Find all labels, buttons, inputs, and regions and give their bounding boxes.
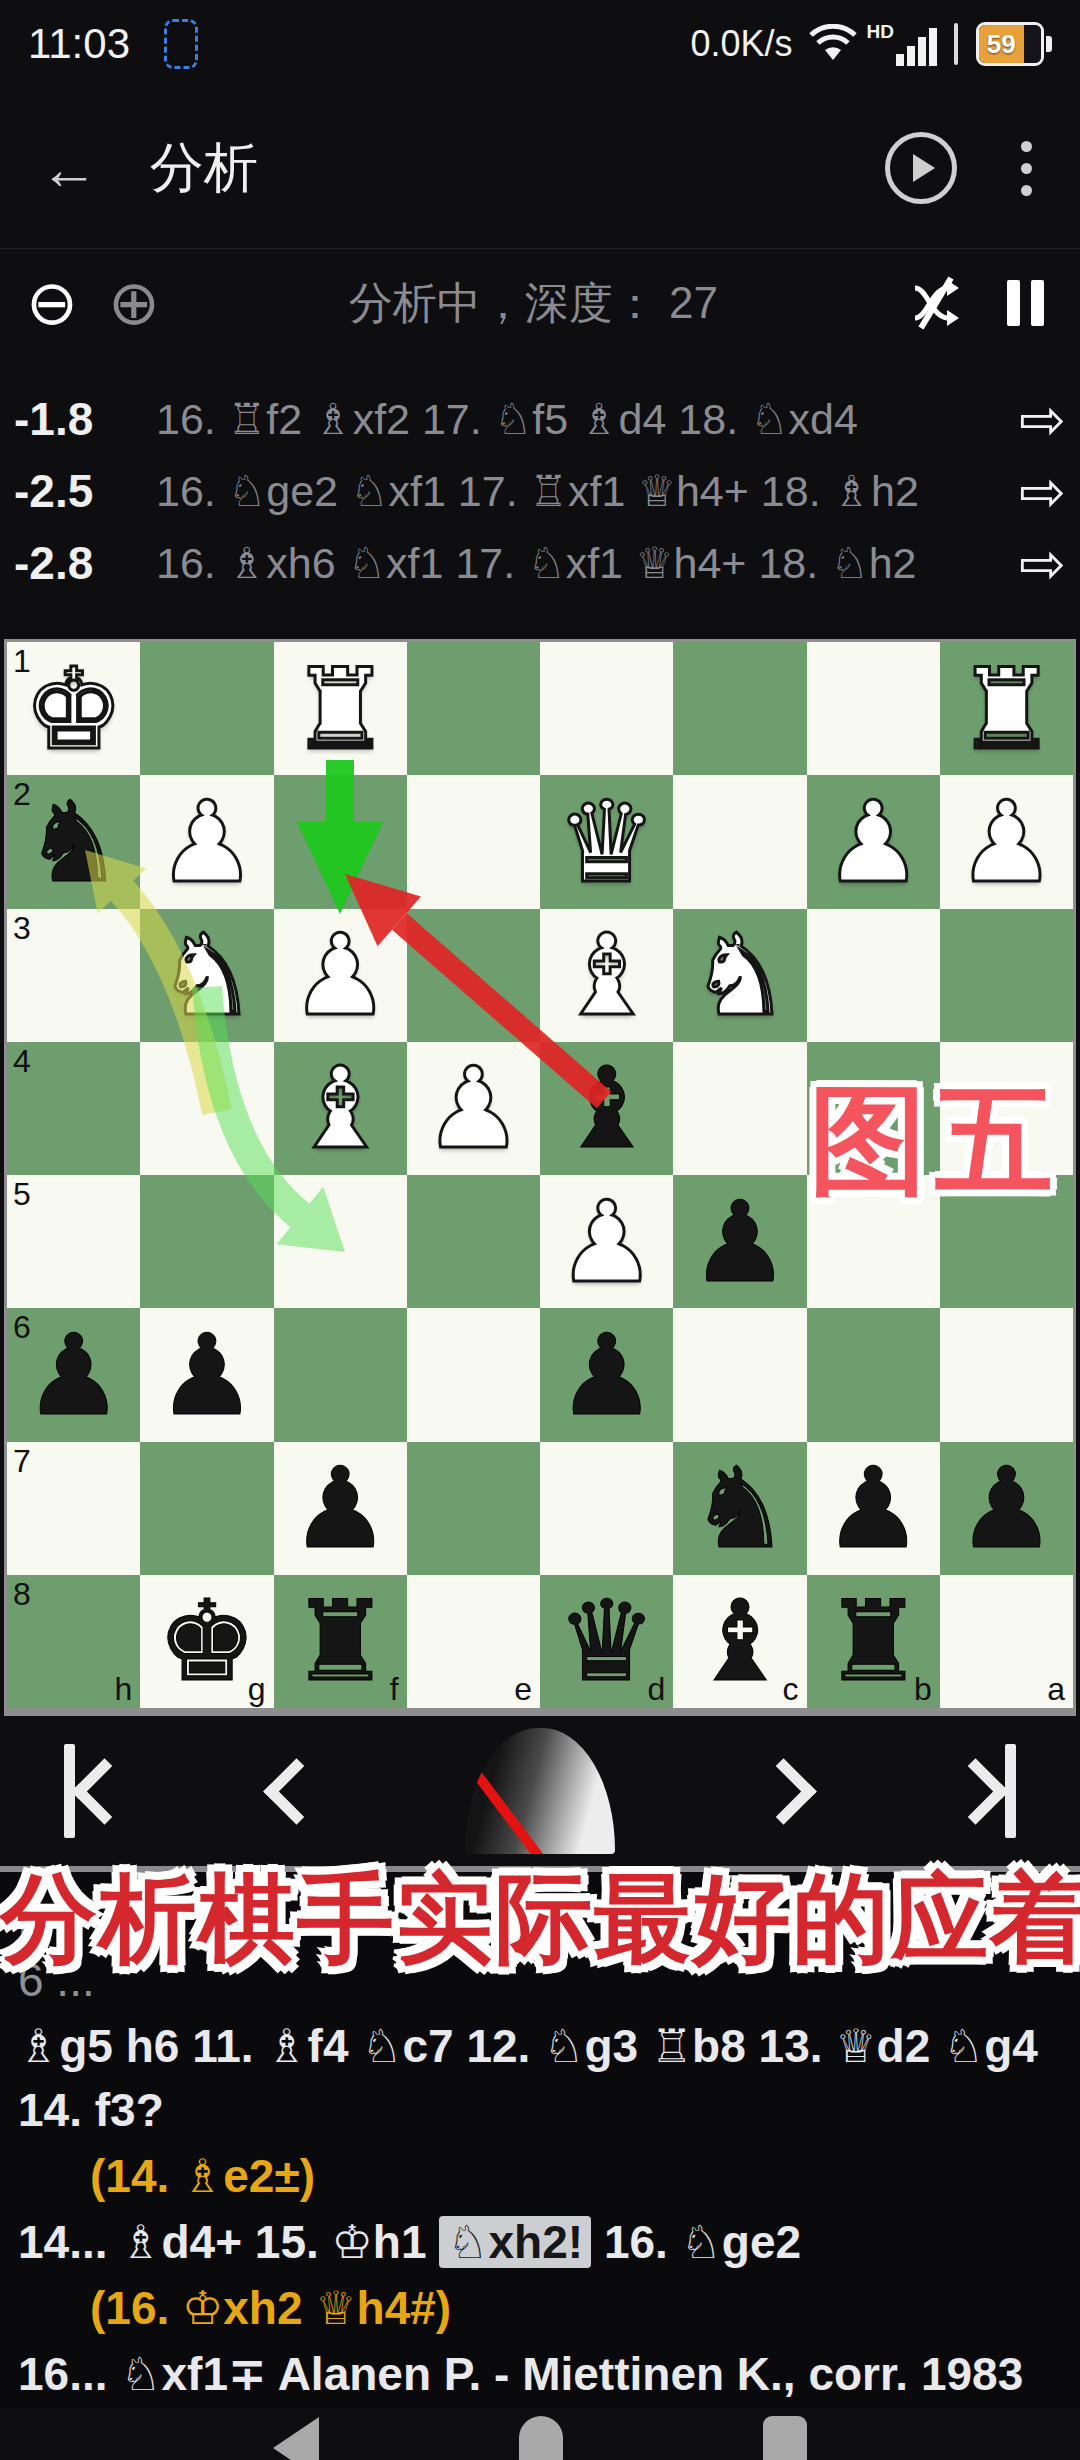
go-end-button[interactable] <box>952 1744 1016 1838</box>
square-g7[interactable] <box>140 1442 273 1575</box>
rank-label: 7 <box>13 1443 31 1480</box>
moves-line[interactable]: ♗g5 h6 11. ♗f4 ♘c7 12. ♘g3 ♖b8 13. ♕d2 ♘… <box>18 2014 1062 2142</box>
white-pawn-b2: ♟ <box>807 775 940 908</box>
square-d6[interactable]: ♟ <box>540 1308 673 1441</box>
square-f8[interactable]: f♜ <box>274 1575 407 1708</box>
eval-needle <box>466 1762 544 1854</box>
square-c7[interactable]: ♞ <box>673 1442 806 1575</box>
square-e8[interactable]: e <box>407 1575 540 1708</box>
square-h5[interactable]: 5 <box>7 1175 140 1308</box>
move-nav-controls <box>0 1716 1080 1866</box>
wifi-icon <box>809 24 857 64</box>
square-f2[interactable] <box>274 775 407 908</box>
white-pawn-g2: ♟ <box>140 775 273 908</box>
white-rook-a1: ♜ <box>940 642 1073 775</box>
square-f5[interactable] <box>274 1175 407 1308</box>
chess-board-wrap: 1♚♜♜2♞♟♛♟♟3♞♟♝♞4♝♟♝5♟♟6♟♟♟7♟♞♟♟8hg♚f♜ed♛… <box>4 639 1076 1716</box>
chevron-right-icon <box>750 1758 816 1824</box>
black-pawn-f7: ♟ <box>274 1442 407 1575</box>
moves-line-highlight[interactable]: 14... ♗d4+ 15. ♔h1 ♘xh2! 16. ♘ge2 <box>18 2210 1062 2274</box>
android-nav-bar <box>0 2408 1080 2460</box>
black-bishop-d4: ♝ <box>540 1042 673 1175</box>
pv-moves: 16. ♖f2 ♗xf2 17. ♘f5 ♗d4 18. ♘xd4 <box>156 394 1011 444</box>
square-d2[interactable]: ♛ <box>540 775 673 908</box>
square-d1[interactable] <box>540 642 673 775</box>
increase-lines-button[interactable]: ⊕ <box>108 272 160 334</box>
white-pawn-f3: ♟ <box>274 909 407 1042</box>
square-g8[interactable]: g♚ <box>140 1575 273 1708</box>
white-pawn-e4: ♟ <box>407 1042 540 1175</box>
variation-line[interactable]: (16. ♔xh2 ♕h4#) <box>18 2276 1062 2340</box>
current-move-chip[interactable]: ♘xh2! <box>439 2216 591 2268</box>
square-e6[interactable] <box>407 1308 540 1441</box>
sim2-signal-icon <box>954 23 958 65</box>
black-pawn-d6: ♟ <box>540 1308 673 1441</box>
square-g4[interactable] <box>140 1042 273 1175</box>
square-c1[interactable] <box>673 642 806 775</box>
white-pawn-d5: ♟ <box>540 1175 673 1308</box>
square-b6[interactable] <box>807 1308 940 1441</box>
square-h2[interactable]: 2♞ <box>7 775 140 908</box>
white-pawn-a2: ♟ <box>940 775 1073 908</box>
square-g5[interactable] <box>140 1175 273 1308</box>
file-label: h <box>114 1671 132 1708</box>
overflow-menu-icon[interactable] <box>1021 141 1040 196</box>
black-rook-f8: ♜ <box>274 1575 407 1708</box>
square-b3[interactable] <box>807 909 940 1042</box>
engine-lines: -1.816. ♖f2 ♗xf2 17. ♘f5 ♗d4 18. ♘xd4⇨-2… <box>0 357 1080 633</box>
chevron-left-icon <box>263 1758 329 1824</box>
android-back-icon[interactable] <box>273 2417 319 2460</box>
network-speed: 0.0K/s <box>690 23 792 65</box>
play-circle-icon[interactable] <box>885 132 957 204</box>
status-bar: 11:03 0.0K/s HD 59 <box>0 0 1080 88</box>
page-title: 分析 <box>150 132 258 205</box>
android-recents-icon[interactable] <box>763 2416 807 2460</box>
battery-percent: 59 <box>979 25 1024 63</box>
white-bishop-f4: ♝ <box>274 1042 407 1175</box>
clock: 11:03 <box>28 20 130 68</box>
square-d5[interactable]: ♟ <box>540 1175 673 1308</box>
black-king-g8: ♚ <box>140 1575 273 1708</box>
square-b1[interactable] <box>807 642 940 775</box>
game-result-line[interactable]: 16... ♘xf1∓ Alanen P. - Miettinen K., co… <box>18 2342 1062 2406</box>
white-bishop-d3: ♝ <box>540 909 673 1042</box>
decrease-lines-button[interactable]: ⊖ <box>26 272 78 334</box>
rank-label: 8 <box>13 1576 31 1613</box>
toolbar: ← 分析 <box>0 88 1080 248</box>
cell-signal-icon: HD <box>867 22 940 66</box>
square-b7[interactable]: ♟ <box>807 1442 940 1575</box>
square-d4[interactable]: ♝ <box>540 1042 673 1175</box>
black-pawn-b7: ♟ <box>807 1442 940 1575</box>
pause-button[interactable] <box>1007 280 1044 326</box>
black-knight-h2: ♞ <box>7 775 140 908</box>
black-pawn-c5: ♟ <box>673 1175 806 1308</box>
square-g2[interactable]: ♟ <box>140 775 273 908</box>
square-a1[interactable]: ♜ <box>940 642 1073 775</box>
variation-line[interactable]: (14. ♗e2±) <box>18 2144 1062 2208</box>
square-a3[interactable] <box>940 909 1073 1042</box>
arrows-toggle-icon[interactable] <box>907 274 965 332</box>
square-c6[interactable] <box>673 1308 806 1441</box>
square-c4[interactable] <box>673 1042 806 1175</box>
figure-caption-overlay: 图五 <box>809 1062 1061 1222</box>
square-e2[interactable] <box>407 775 540 908</box>
red-caption-overlay: 分析棋手实际最好的应着 <box>0 1868 1080 1970</box>
play-line-arrow-icon[interactable]: ⇨ <box>1011 531 1066 596</box>
play-line-arrow-icon[interactable]: ⇨ <box>1011 387 1066 452</box>
square-c5[interactable]: ♟ <box>673 1175 806 1308</box>
square-h6[interactable]: 6♟ <box>7 1308 140 1441</box>
status-icons: 0.0K/s HD 59 <box>690 22 1052 66</box>
square-b8[interactable]: b♜ <box>807 1575 940 1708</box>
play-line-arrow-icon[interactable]: ⇨ <box>1011 459 1066 524</box>
square-f3[interactable]: ♟ <box>274 909 407 1042</box>
next-move-button[interactable] <box>760 1768 807 1815</box>
white-knight-c3: ♞ <box>673 909 806 1042</box>
square-g1[interactable] <box>140 642 273 775</box>
square-a8[interactable]: a <box>940 1575 1073 1708</box>
eval-score: -2.5 <box>14 464 156 518</box>
square-e1[interactable] <box>407 642 540 775</box>
rank-label: 3 <box>13 910 31 947</box>
signal-bars-icon <box>896 22 940 66</box>
hd-badge: HD <box>867 22 894 41</box>
file-label: e <box>514 1671 532 1708</box>
square-a6[interactable] <box>940 1308 1073 1441</box>
square-h1[interactable]: 1♚ <box>7 642 140 775</box>
black-knight-c7: ♞ <box>673 1442 806 1575</box>
square-f1[interactable]: ♜ <box>274 642 407 775</box>
square-h4[interactable]: 4 <box>7 1042 140 1175</box>
white-rook-f1: ♜ <box>274 642 407 775</box>
eval-gauge <box>465 1728 615 1854</box>
white-knight-g3: ♞ <box>140 909 273 1042</box>
square-d8[interactable]: d♛ <box>540 1575 673 1708</box>
engine-line-2[interactable]: -2.516. ♘ge2 ♘xf1 17. ♖xf1 ♕h4+ 18. ♗h2⇨ <box>0 455 1080 527</box>
chevron-left-icon <box>71 1758 137 1824</box>
square-h7[interactable]: 7 <box>7 1442 140 1575</box>
engine-line-1[interactable]: -1.816. ♖f2 ♗xf2 17. ♘f5 ♗d4 18. ♘xd4⇨ <box>0 383 1080 455</box>
white-queen-d2: ♛ <box>540 775 673 908</box>
square-c8[interactable]: c♝ <box>673 1575 806 1708</box>
pv-moves: 16. ♘ge2 ♘xf1 17. ♖xf1 ♕h4+ 18. ♗h2 <box>156 466 1011 516</box>
notation-panel: 分析棋手实际最好的应着 [... 6 ... ♗g5 h6 11. ♗f4 ♘c… <box>0 1872 1080 2408</box>
screen-region-icon <box>164 19 198 69</box>
square-a2[interactable]: ♟ <box>940 775 1073 908</box>
white-king-h1: ♚ <box>7 642 140 775</box>
square-d3[interactable]: ♝ <box>540 909 673 1042</box>
square-a7[interactable]: ♟ <box>940 1442 1073 1575</box>
square-e5[interactable] <box>407 1175 540 1308</box>
square-h8[interactable]: 8h <box>7 1575 140 1708</box>
square-f7[interactable]: ♟ <box>274 1442 407 1575</box>
file-label: a <box>1047 1671 1065 1708</box>
square-g6[interactable]: ♟ <box>140 1308 273 1441</box>
black-pawn-h6: ♟ <box>7 1308 140 1441</box>
back-arrow-icon[interactable]: ← <box>40 135 98 202</box>
analysis-bar: ⊖ ⊕ 分析中，深度： 27 <box>0 248 1080 357</box>
analysis-status: 分析中，深度： 27 <box>160 274 907 333</box>
square-f6[interactable] <box>274 1308 407 1441</box>
black-pawn-a7: ♟ <box>940 1442 1073 1575</box>
pv-moves: 16. ♗xh6 ♘xf1 17. ♘xf1 ♕h4+ 18. ♘h2 <box>156 538 1011 588</box>
black-queen-d8: ♛ <box>540 1575 673 1708</box>
eval-score: -1.8 <box>14 392 156 446</box>
go-start-button[interactable] <box>64 1744 128 1838</box>
square-e4[interactable]: ♟ <box>407 1042 540 1175</box>
prev-move-button[interactable] <box>273 1768 320 1815</box>
square-g3[interactable]: ♞ <box>140 909 273 1042</box>
square-h3[interactable]: 3 <box>7 909 140 1042</box>
square-c3[interactable]: ♞ <box>673 909 806 1042</box>
square-b2[interactable]: ♟ <box>807 775 940 908</box>
battery-icon: 59 <box>976 22 1052 66</box>
square-e7[interactable] <box>407 1442 540 1575</box>
black-bishop-c8: ♝ <box>673 1575 806 1708</box>
rank-label: 5 <box>13 1176 31 1213</box>
square-c2[interactable] <box>673 775 806 908</box>
black-pawn-g6: ♟ <box>140 1308 273 1441</box>
chevron-right-icon <box>942 1758 1008 1824</box>
eval-score: -2.8 <box>14 536 156 590</box>
android-home-icon[interactable] <box>519 2416 563 2460</box>
rank-label: 4 <box>13 1043 31 1080</box>
square-f4[interactable]: ♝ <box>274 1042 407 1175</box>
black-rook-b8: ♜ <box>807 1575 940 1708</box>
square-e3[interactable] <box>407 909 540 1042</box>
square-d7[interactable] <box>540 1442 673 1575</box>
engine-line-3[interactable]: -2.816. ♗xh6 ♘xf1 17. ♘xf1 ♕h4+ 18. ♘h2⇨ <box>0 527 1080 599</box>
